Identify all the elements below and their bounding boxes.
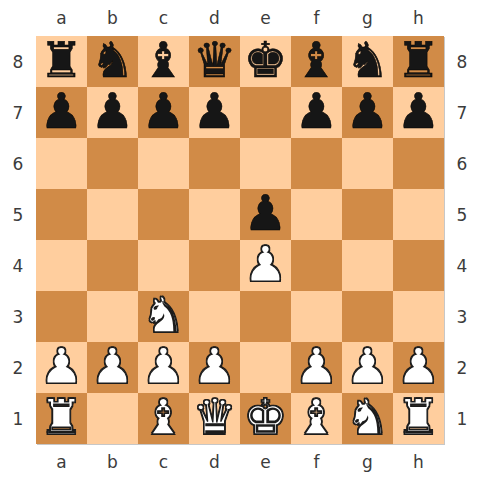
file-label-h-bottom: h: [393, 444, 444, 480]
file-label-f-bottom: f: [291, 444, 342, 480]
square-a4[interactable]: [36, 240, 87, 291]
piece-white-pawn-e4[interactable]: ♟: [244, 239, 288, 290]
file-label-b-top: b: [87, 0, 138, 36]
square-g2[interactable]: ♟: [342, 342, 393, 393]
rank-label-7-left: 7: [0, 87, 36, 138]
rank-label-5-left: 5: [0, 189, 36, 240]
board-corner: [444, 444, 480, 480]
file-label-e-bottom: e: [240, 444, 291, 480]
square-f2[interactable]: ♟: [291, 342, 342, 393]
rank-label-8-left: 8: [0, 36, 36, 87]
file-label-c-top: c: [138, 0, 189, 36]
square-a6[interactable]: [36, 138, 87, 189]
rank-label-5-right: 5: [444, 189, 480, 240]
square-g5[interactable]: [342, 189, 393, 240]
piece-white-pawn-b2[interactable]: ♟: [91, 341, 135, 392]
square-f3[interactable]: [291, 291, 342, 342]
piece-black-bishop-c8[interactable]: ♝: [142, 35, 186, 86]
rank-label-3-left: 3: [0, 291, 36, 342]
square-a1[interactable]: ♜: [36, 393, 87, 444]
square-d7[interactable]: ♟: [189, 87, 240, 138]
square-f6[interactable]: [291, 138, 342, 189]
file-label-a-bottom: a: [36, 444, 87, 480]
square-b2[interactable]: ♟: [87, 342, 138, 393]
chess-diagram: abcdefgh8♜♞♝♛♚♝♞♜87♟♟♟♟♟♟♟7665♟54♟43♞32♟…: [0, 0, 480, 480]
square-b8[interactable]: ♞: [87, 36, 138, 87]
piece-white-rook-a1[interactable]: ♜: [40, 392, 84, 443]
file-label-h-top: h: [393, 0, 444, 36]
board-corner: [0, 0, 36, 36]
square-c3[interactable]: ♞: [138, 291, 189, 342]
square-e8[interactable]: ♚: [240, 36, 291, 87]
square-f7[interactable]: ♟: [291, 87, 342, 138]
square-d5[interactable]: [189, 189, 240, 240]
square-d6[interactable]: [189, 138, 240, 189]
rank-label-8-right: 8: [444, 36, 480, 87]
square-c7[interactable]: ♟: [138, 87, 189, 138]
rank-label-6-right: 6: [444, 138, 480, 189]
square-h7[interactable]: ♟: [393, 87, 444, 138]
piece-black-pawn-g7[interactable]: ♟: [346, 86, 390, 137]
file-label-f-top: f: [291, 0, 342, 36]
file-label-c-bottom: c: [138, 444, 189, 480]
piece-white-bishop-f1[interactable]: ♝: [295, 392, 339, 443]
piece-black-king-e8[interactable]: ♚: [244, 35, 288, 86]
square-c5[interactable]: [138, 189, 189, 240]
square-g8[interactable]: ♞: [342, 36, 393, 87]
square-a7[interactable]: ♟: [36, 87, 87, 138]
square-e5[interactable]: ♟: [240, 189, 291, 240]
square-h8[interactable]: ♜: [393, 36, 444, 87]
piece-black-bishop-f8[interactable]: ♝: [295, 35, 339, 86]
square-f5[interactable]: [291, 189, 342, 240]
square-d2[interactable]: ♟: [189, 342, 240, 393]
square-f1[interactable]: ♝: [291, 393, 342, 444]
rank-label-3-right: 3: [444, 291, 480, 342]
square-h2[interactable]: ♟: [393, 342, 444, 393]
piece-black-pawn-f7[interactable]: ♟: [295, 86, 339, 137]
square-e7[interactable]: [240, 87, 291, 138]
piece-black-knight-b8[interactable]: ♞: [91, 35, 135, 86]
square-b6[interactable]: [87, 138, 138, 189]
square-h4[interactable]: [393, 240, 444, 291]
square-e1[interactable]: ♚: [240, 393, 291, 444]
square-b7[interactable]: ♟: [87, 87, 138, 138]
file-label-b-bottom: b: [87, 444, 138, 480]
square-g7[interactable]: ♟: [342, 87, 393, 138]
file-label-d-bottom: d: [189, 444, 240, 480]
piece-white-pawn-d2[interactable]: ♟: [193, 341, 237, 392]
square-g6[interactable]: [342, 138, 393, 189]
rank-label-2-right: 2: [444, 342, 480, 393]
square-d1[interactable]: ♛: [189, 393, 240, 444]
board-corner: [0, 444, 36, 480]
square-c1[interactable]: ♝: [138, 393, 189, 444]
square-h6[interactable]: [393, 138, 444, 189]
square-f4[interactable]: [291, 240, 342, 291]
square-g3[interactable]: [342, 291, 393, 342]
square-a3[interactable]: [36, 291, 87, 342]
square-c6[interactable]: [138, 138, 189, 189]
square-g1[interactable]: ♞: [342, 393, 393, 444]
file-label-d-top: d: [189, 0, 240, 36]
square-e3[interactable]: [240, 291, 291, 342]
piece-white-pawn-f2[interactable]: ♟: [295, 341, 339, 392]
square-b1[interactable]: [87, 393, 138, 444]
piece-black-pawn-d7[interactable]: ♟: [193, 86, 237, 137]
square-e4[interactable]: ♟: [240, 240, 291, 291]
board-corner: [444, 0, 480, 36]
piece-white-pawn-a2[interactable]: ♟: [40, 341, 84, 392]
square-g4[interactable]: [342, 240, 393, 291]
square-c2[interactable]: ♟: [138, 342, 189, 393]
piece-black-rook-a8[interactable]: ♜: [40, 35, 84, 86]
chess-board: abcdefgh8♜♞♝♛♚♝♞♜87♟♟♟♟♟♟♟7665♟54♟43♞32♟…: [0, 0, 480, 480]
rank-label-1-right: 1: [444, 393, 480, 444]
piece-black-queen-d8[interactable]: ♛: [193, 35, 237, 86]
piece-white-queen-d1[interactable]: ♛: [193, 392, 237, 443]
square-d4[interactable]: [189, 240, 240, 291]
file-label-e-top: e: [240, 0, 291, 36]
square-d8[interactable]: ♛: [189, 36, 240, 87]
file-label-g-bottom: g: [342, 444, 393, 480]
piece-black-pawn-b7[interactable]: ♟: [91, 86, 135, 137]
square-a2[interactable]: ♟: [36, 342, 87, 393]
rank-label-7-right: 7: [444, 87, 480, 138]
rank-label-6-left: 6: [0, 138, 36, 189]
square-h1[interactable]: ♜: [393, 393, 444, 444]
piece-white-rook-h1[interactable]: ♜: [397, 392, 441, 443]
rank-label-4-left: 4: [0, 240, 36, 291]
square-d3[interactable]: [189, 291, 240, 342]
piece-white-bishop-c1[interactable]: ♝: [142, 392, 186, 443]
piece-white-pawn-c2[interactable]: ♟: [142, 341, 186, 392]
square-h5[interactable]: [393, 189, 444, 240]
square-b4[interactable]: [87, 240, 138, 291]
square-c8[interactable]: ♝: [138, 36, 189, 87]
piece-black-pawn-c7[interactable]: ♟: [142, 86, 186, 137]
piece-white-knight-g1[interactable]: ♞: [346, 392, 390, 443]
rank-label-2-left: 2: [0, 342, 36, 393]
square-c4[interactable]: [138, 240, 189, 291]
piece-black-pawn-a7[interactable]: ♟: [40, 86, 84, 137]
square-e6[interactable]: [240, 138, 291, 189]
file-label-g-top: g: [342, 0, 393, 36]
piece-black-pawn-e5[interactable]: ♟: [244, 188, 288, 239]
piece-white-king-e1[interactable]: ♚: [244, 392, 288, 443]
square-a5[interactable]: [36, 189, 87, 240]
square-b3[interactable]: [87, 291, 138, 342]
piece-white-pawn-g2[interactable]: ♟: [346, 341, 390, 392]
square-b5[interactable]: [87, 189, 138, 240]
square-h3[interactable]: [393, 291, 444, 342]
piece-black-knight-g8[interactable]: ♞: [346, 35, 390, 86]
rank-label-4-right: 4: [444, 240, 480, 291]
square-f8[interactable]: ♝: [291, 36, 342, 87]
square-e2[interactable]: [240, 342, 291, 393]
rank-label-1-left: 1: [0, 393, 36, 444]
piece-white-knight-c3[interactable]: ♞: [142, 290, 186, 341]
piece-black-pawn-h7[interactable]: ♟: [397, 86, 441, 137]
square-a8[interactable]: ♜: [36, 36, 87, 87]
file-label-a-top: a: [36, 0, 87, 36]
piece-white-pawn-h2[interactable]: ♟: [397, 341, 441, 392]
piece-black-rook-h8[interactable]: ♜: [397, 35, 441, 86]
